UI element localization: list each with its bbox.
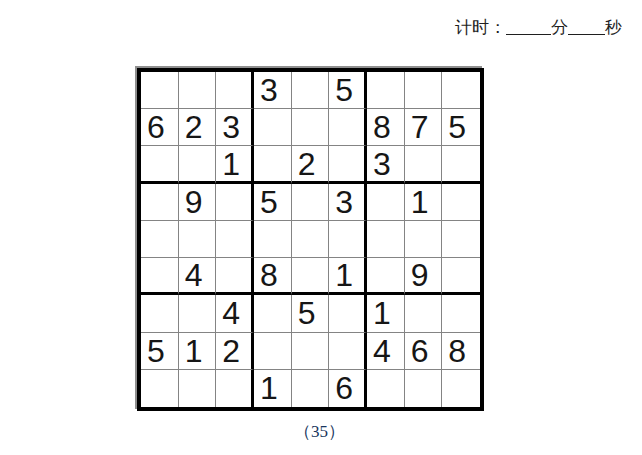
cell-r1c4: 3 — [254, 72, 292, 109]
timing-label: 计时： — [455, 18, 506, 37]
cell-r9c8[interactable] — [405, 370, 443, 407]
cell-r3c3: 1 — [216, 146, 254, 183]
cell-r9c5[interactable] — [292, 370, 330, 407]
cell-r6c4: 8 — [254, 258, 292, 295]
cell-r4c1[interactable] — [141, 184, 179, 221]
seconds-label: 秒 — [605, 18, 622, 37]
cell-r3c7: 3 — [367, 146, 405, 183]
cell-r7c8[interactable] — [405, 295, 443, 332]
cell-r5c9[interactable] — [442, 221, 480, 258]
cell-r4c7[interactable] — [367, 184, 405, 221]
cell-r7c4[interactable] — [254, 295, 292, 332]
cell-r8c2: 1 — [179, 333, 217, 370]
cell-r7c1[interactable] — [141, 295, 179, 332]
cell-r2c2: 2 — [179, 109, 217, 146]
cell-r1c1[interactable] — [141, 72, 179, 109]
cell-r2c7: 8 — [367, 109, 405, 146]
cell-r4c8: 1 — [405, 184, 443, 221]
cell-r8c3: 2 — [216, 333, 254, 370]
cell-r8c4[interactable] — [254, 333, 292, 370]
cell-r9c2[interactable] — [179, 370, 217, 407]
cell-r4c3[interactable] — [216, 184, 254, 221]
cell-r8c1: 5 — [141, 333, 179, 370]
cell-r5c4[interactable] — [254, 221, 292, 258]
cell-r2c6[interactable] — [329, 109, 367, 146]
cell-r2c4[interactable] — [254, 109, 292, 146]
cell-r8c8: 6 — [405, 333, 443, 370]
cell-r1c2[interactable] — [179, 72, 217, 109]
seconds-blank — [568, 18, 605, 35]
minutes-label: 分 — [551, 18, 568, 37]
minutes-blank — [506, 18, 551, 35]
cell-r5c1[interactable] — [141, 221, 179, 258]
cell-r7c2[interactable] — [179, 295, 217, 332]
cell-r2c3: 3 — [216, 109, 254, 146]
cell-r1c5[interactable] — [292, 72, 330, 109]
cell-r8c7: 4 — [367, 333, 405, 370]
cell-r7c5: 5 — [292, 295, 330, 332]
cell-r8c6[interactable] — [329, 333, 367, 370]
cell-r6c9[interactable] — [442, 258, 480, 295]
cell-r1c7[interactable] — [367, 72, 405, 109]
cell-r2c8: 7 — [405, 109, 443, 146]
cell-r7c6[interactable] — [329, 295, 367, 332]
cell-r2c5[interactable] — [292, 109, 330, 146]
cell-r9c3[interactable] — [216, 370, 254, 407]
puzzle-number-caption: （35） — [137, 420, 484, 443]
cell-r6c6: 1 — [329, 258, 367, 295]
cell-r1c9[interactable] — [442, 72, 480, 109]
cell-r4c6: 3 — [329, 184, 367, 221]
cell-r6c8: 9 — [405, 258, 443, 295]
cell-r9c1[interactable] — [141, 370, 179, 407]
cell-r6c7[interactable] — [367, 258, 405, 295]
cell-r5c7[interactable] — [367, 221, 405, 258]
cell-r6c2: 4 — [179, 258, 217, 295]
cell-r7c7: 1 — [367, 295, 405, 332]
cell-r3c2[interactable] — [179, 146, 217, 183]
cell-r5c2[interactable] — [179, 221, 217, 258]
cell-r9c4: 1 — [254, 370, 292, 407]
cell-r3c6[interactable] — [329, 146, 367, 183]
cell-r4c9[interactable] — [442, 184, 480, 221]
cell-r5c3[interactable] — [216, 221, 254, 258]
cell-r3c1[interactable] — [141, 146, 179, 183]
cell-r5c8[interactable] — [405, 221, 443, 258]
cell-r5c6[interactable] — [329, 221, 367, 258]
cell-r9c9[interactable] — [442, 370, 480, 407]
cell-r6c3[interactable] — [216, 258, 254, 295]
cell-r4c5[interactable] — [292, 184, 330, 221]
cell-r4c2: 9 — [179, 184, 217, 221]
cell-r3c5: 2 — [292, 146, 330, 183]
cell-r7c9[interactable] — [442, 295, 480, 332]
cell-r3c4[interactable] — [254, 146, 292, 183]
cell-r7c3: 4 — [216, 295, 254, 332]
cell-r5c5[interactable] — [292, 221, 330, 258]
sudoku-board: 356238751239531481945151246816 — [137, 68, 484, 411]
cell-r1c8[interactable] — [405, 72, 443, 109]
cell-r3c8[interactable] — [405, 146, 443, 183]
timing-line: 计时：分秒 — [455, 16, 622, 39]
cell-r2c1: 6 — [141, 109, 179, 146]
cell-r2c9: 5 — [442, 109, 480, 146]
cell-r3c9[interactable] — [442, 146, 480, 183]
cell-r6c5[interactable] — [292, 258, 330, 295]
cell-r9c7[interactable] — [367, 370, 405, 407]
cell-r8c9: 8 — [442, 333, 480, 370]
cell-r8c5[interactable] — [292, 333, 330, 370]
cell-r6c1[interactable] — [141, 258, 179, 295]
cell-r9c6: 6 — [329, 370, 367, 407]
cell-r1c6: 5 — [329, 72, 367, 109]
cell-r4c4: 5 — [254, 184, 292, 221]
cell-r1c3[interactable] — [216, 72, 254, 109]
